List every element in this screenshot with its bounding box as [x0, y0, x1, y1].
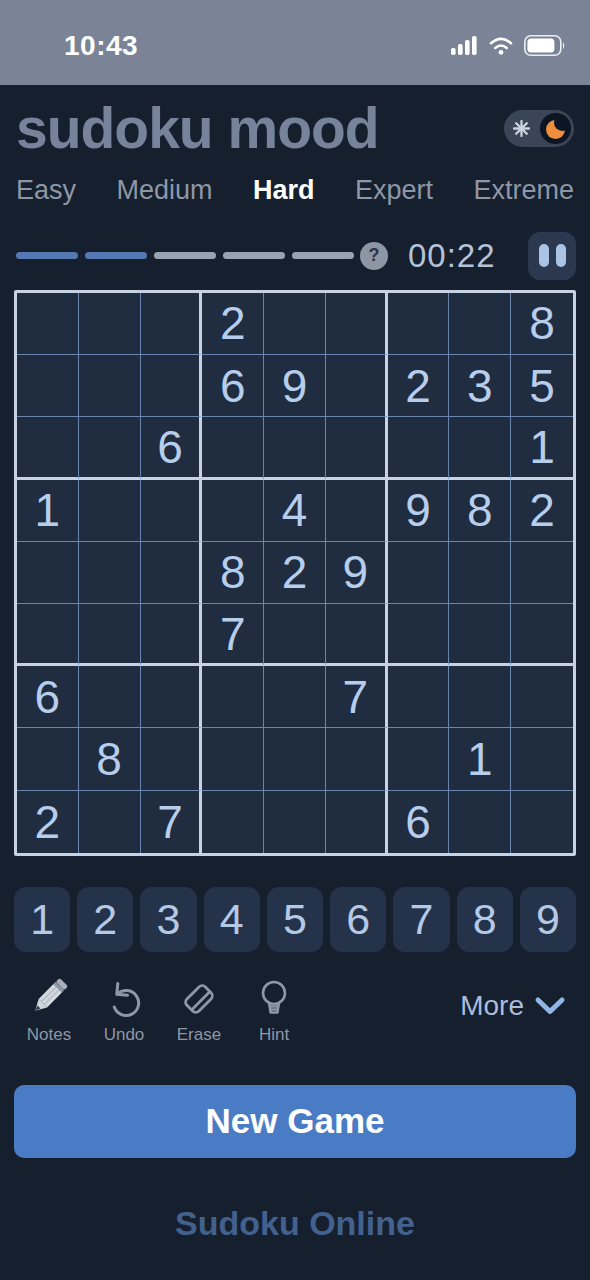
cell-r6c9[interactable] [511, 604, 573, 666]
numpad-9[interactable]: 9 [520, 887, 576, 952]
cell-r4c4[interactable] [202, 480, 264, 542]
status-bar: 10:43 [0, 0, 590, 85]
cell-r1c8[interactable] [449, 293, 511, 355]
signal-icon [451, 36, 478, 55]
cell-r2c8[interactable]: 3 [449, 355, 511, 417]
sudoku-online-link[interactable]: Sudoku Online [0, 1204, 590, 1243]
cell-r1c7[interactable] [388, 293, 450, 355]
cell-r5c2[interactable] [79, 542, 141, 604]
cell-r5c1[interactable] [17, 542, 79, 604]
cell-r8c7[interactable] [388, 728, 450, 790]
tab-easy[interactable]: Easy [16, 175, 76, 206]
cell-r2c5[interactable]: 9 [264, 355, 326, 417]
theme-toggle[interactable] [504, 110, 574, 147]
cell-r9c4[interactable] [202, 791, 264, 853]
cell-r2c1[interactable] [17, 355, 79, 417]
cell-r2c6[interactable] [326, 355, 388, 417]
cell-r6c3[interactable] [141, 604, 203, 666]
cell-r2c3[interactable] [141, 355, 203, 417]
new-game-button[interactable]: New Game [14, 1085, 576, 1158]
cell-r3c3[interactable]: 6 [141, 417, 203, 479]
game-timer: 00:22 [408, 237, 496, 275]
cell-r2c7[interactable]: 2 [388, 355, 450, 417]
cell-r1c2[interactable] [79, 293, 141, 355]
cell-r9c2[interactable] [79, 791, 141, 853]
cell-r9c6[interactable] [326, 791, 388, 853]
help-icon[interactable]: ? [360, 242, 388, 270]
cell-r8c4[interactable] [202, 728, 264, 790]
cell-r4c3[interactable] [141, 480, 203, 542]
cell-r3c8[interactable] [449, 417, 511, 479]
cell-r6c4[interactable]: 7 [202, 604, 264, 666]
undo-button[interactable]: Undo [99, 978, 149, 1045]
cell-r5c3[interactable] [141, 542, 203, 604]
cell-r3c5[interactable] [264, 417, 326, 479]
battery-icon [524, 35, 566, 56]
numpad-3[interactable]: 3 [140, 887, 196, 952]
notes-label: Notes [27, 1025, 71, 1045]
cell-r4c2[interactable] [79, 480, 141, 542]
cell-r3c4[interactable] [202, 417, 264, 479]
cell-r5c9[interactable] [511, 542, 573, 604]
cell-r7c6[interactable]: 7 [326, 666, 388, 728]
eraser-icon [178, 978, 220, 1020]
cell-r6c8[interactable] [449, 604, 511, 666]
cell-r8c1[interactable] [17, 728, 79, 790]
cell-r3c2[interactable] [79, 417, 141, 479]
cell-r4c6[interactable] [326, 480, 388, 542]
cell-r3c9[interactable]: 1 [511, 417, 573, 479]
cell-r7c8[interactable] [449, 666, 511, 728]
number-pad: 1 2 3 4 5 6 7 8 9 [14, 887, 576, 952]
cell-r4c7[interactable]: 9 [388, 480, 450, 542]
cell-r5c5[interactable]: 2 [264, 542, 326, 604]
status-icons [451, 35, 566, 56]
cell-r8c8[interactable]: 1 [449, 728, 511, 790]
numpad-2[interactable]: 2 [77, 887, 133, 952]
cell-r7c2[interactable] [79, 666, 141, 728]
hint-label: Hint [259, 1025, 289, 1045]
erase-button[interactable]: Erase [174, 978, 224, 1045]
cell-r9c1[interactable]: 2 [17, 791, 79, 853]
cell-r1c9[interactable]: 8 [511, 293, 573, 355]
chevron-down-icon [534, 996, 566, 1016]
cell-r1c3[interactable] [141, 293, 203, 355]
cell-r1c6[interactable] [326, 293, 388, 355]
numpad-4[interactable]: 4 [204, 887, 260, 952]
undo-label: Undo [104, 1025, 145, 1045]
numpad-6[interactable]: 6 [330, 887, 386, 952]
cell-r5c8[interactable] [449, 542, 511, 604]
cell-r4c8[interactable]: 8 [449, 480, 511, 542]
cell-r9c8[interactable] [449, 791, 511, 853]
cell-r7c5[interactable] [264, 666, 326, 728]
more-label: More [460, 990, 524, 1022]
progress-segment [85, 252, 147, 259]
cell-r2c9[interactable]: 5 [511, 355, 573, 417]
cell-r7c9[interactable] [511, 666, 573, 728]
cell-r5c7[interactable] [388, 542, 450, 604]
progress-segment [292, 252, 354, 259]
cell-r6c1[interactable] [17, 604, 79, 666]
cell-r1c1[interactable] [17, 293, 79, 355]
undo-icon [103, 978, 145, 1020]
cell-r9c9[interactable] [511, 791, 573, 853]
wifi-icon [488, 36, 514, 55]
cell-r6c6[interactable] [326, 604, 388, 666]
cell-r5c6[interactable]: 9 [326, 542, 388, 604]
clock: 10:43 [64, 30, 138, 62]
cell-r1c5[interactable] [264, 293, 326, 355]
cell-r7c4[interactable] [202, 666, 264, 728]
cell-r7c1[interactable]: 6 [17, 666, 79, 728]
hint-button[interactable]: Hint [249, 978, 299, 1045]
progress-segment [154, 252, 216, 259]
numpad-8[interactable]: 8 [457, 887, 513, 952]
cell-r5c4[interactable]: 8 [202, 542, 264, 604]
cell-r7c7[interactable] [388, 666, 450, 728]
cell-r9c5[interactable] [264, 791, 326, 853]
cell-r6c7[interactable] [388, 604, 450, 666]
tab-extreme[interactable]: Extreme [473, 175, 574, 206]
numpad-5[interactable]: 5 [267, 887, 323, 952]
app-title: sudoku mood [16, 99, 379, 159]
cell-r4c1[interactable]: 1 [17, 480, 79, 542]
app-header: sudoku mood [0, 99, 590, 159]
cell-r9c3[interactable]: 7 [141, 791, 203, 853]
numpad-1[interactable]: 1 [14, 887, 70, 952]
cell-r7c3[interactable] [141, 666, 203, 728]
progress-segment [223, 252, 285, 259]
pencil-icon [28, 978, 70, 1020]
cell-r6c5[interactable] [264, 604, 326, 666]
moon-icon [540, 113, 571, 144]
pause-icon [539, 244, 549, 267]
cell-r3c6[interactable] [326, 417, 388, 479]
cell-r2c4[interactable]: 6 [202, 355, 264, 417]
cell-r8c9[interactable] [511, 728, 573, 790]
hud-row: ? 00:22 [0, 232, 590, 280]
pause-button[interactable] [528, 232, 576, 280]
tab-hard[interactable]: Hard [253, 175, 315, 206]
cell-r6c2[interactable] [79, 604, 141, 666]
tab-expert[interactable]: Expert [355, 175, 433, 206]
difficulty-tabs: Easy Medium Hard Expert Extreme [0, 175, 590, 206]
sun-icon [513, 120, 530, 137]
cell-r8c5[interactable] [264, 728, 326, 790]
cell-r3c7[interactable] [388, 417, 450, 479]
cell-r3c1[interactable] [17, 417, 79, 479]
cell-r4c9[interactable]: 2 [511, 480, 573, 542]
erase-label: Erase [177, 1025, 221, 1045]
bulb-icon [253, 978, 295, 1020]
cell-r4c5[interactable]: 4 [264, 480, 326, 542]
cell-r8c2[interactable]: 8 [79, 728, 141, 790]
tools-row: Notes Undo Erase [24, 978, 566, 1045]
numpad-7[interactable]: 7 [393, 887, 449, 952]
difficulty-progress [16, 252, 354, 259]
sudoku-board: 2869235611498282976781276 [14, 290, 576, 856]
cell-r8c6[interactable] [326, 728, 388, 790]
tab-medium[interactable]: Medium [116, 175, 212, 206]
more-button[interactable]: More [460, 990, 566, 1022]
progress-segment [16, 252, 78, 259]
cell-r1c4[interactable]: 2 [202, 293, 264, 355]
notes-button[interactable]: Notes [24, 978, 74, 1045]
cell-r9c7[interactable]: 6 [388, 791, 450, 853]
cell-r2c2[interactable] [79, 355, 141, 417]
cell-r8c3[interactable] [141, 728, 203, 790]
